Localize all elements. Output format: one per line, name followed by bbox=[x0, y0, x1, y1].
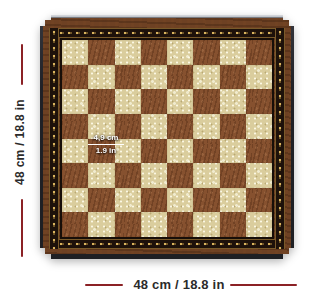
square-f5 bbox=[193, 114, 219, 139]
square-a6 bbox=[62, 89, 88, 114]
square-h1 bbox=[246, 212, 272, 237]
square-f1 bbox=[193, 212, 219, 237]
square-size-in: 1.9 in bbox=[86, 146, 126, 156]
square-g1 bbox=[220, 212, 246, 237]
square-d7 bbox=[141, 65, 167, 90]
square-e3 bbox=[167, 163, 193, 188]
square-h5 bbox=[246, 114, 272, 139]
square-a5 bbox=[62, 114, 88, 139]
square-b7 bbox=[88, 65, 114, 90]
inlay-border-bottom bbox=[49, 239, 285, 249]
square-g5 bbox=[220, 114, 246, 139]
square-d6 bbox=[141, 89, 167, 114]
square-d3 bbox=[141, 163, 167, 188]
square-b2 bbox=[88, 188, 114, 213]
square-e8 bbox=[167, 40, 193, 65]
square-a2 bbox=[62, 188, 88, 213]
height-dimension-line-top bbox=[21, 44, 23, 85]
square-e7 bbox=[167, 65, 193, 90]
square-h3 bbox=[246, 163, 272, 188]
square-g2 bbox=[220, 188, 246, 213]
inlay-border-top bbox=[49, 28, 285, 38]
product-photo: 48 cm / 18.8 in 4,9 cm 1.9 in 48 cm / 18… bbox=[0, 0, 330, 303]
inlay-border-left bbox=[49, 28, 59, 249]
square-b6 bbox=[88, 89, 114, 114]
square-f3 bbox=[193, 163, 219, 188]
width-dimension-line-right bbox=[230, 284, 297, 286]
square-g6 bbox=[220, 89, 246, 114]
square-h4 bbox=[246, 139, 272, 164]
square-e4 bbox=[167, 139, 193, 164]
square-b1 bbox=[88, 212, 114, 237]
square-size-cm: 4,9 cm bbox=[88, 133, 124, 145]
board-edge: 4,9 cm 1.9 in bbox=[40, 15, 294, 259]
square-a8 bbox=[62, 40, 88, 65]
square-e5 bbox=[167, 114, 193, 139]
square-c3 bbox=[115, 163, 141, 188]
square-b3 bbox=[88, 163, 114, 188]
square-c8 bbox=[115, 40, 141, 65]
square-g4 bbox=[220, 139, 246, 164]
square-c1 bbox=[115, 212, 141, 237]
width-dimension-label: 48 cm / 18.8 in bbox=[123, 277, 235, 292]
square-a7 bbox=[62, 65, 88, 90]
square-a1 bbox=[62, 212, 88, 237]
chess-board: 4,9 cm 1.9 in bbox=[40, 15, 294, 259]
square-h6 bbox=[246, 89, 272, 114]
square-f6 bbox=[193, 89, 219, 114]
square-g7 bbox=[220, 65, 246, 90]
square-f8 bbox=[193, 40, 219, 65]
square-a4 bbox=[62, 139, 88, 164]
width-dimension-line-left bbox=[85, 284, 123, 286]
square-c6 bbox=[115, 89, 141, 114]
square-f4 bbox=[193, 139, 219, 164]
square-c2 bbox=[115, 188, 141, 213]
height-dimension-label: 48 cm / 18.8 in bbox=[13, 99, 27, 185]
square-size-label: 4,9 cm 1.9 in bbox=[86, 133, 126, 157]
square-f2 bbox=[193, 188, 219, 213]
square-h2 bbox=[246, 188, 272, 213]
square-f7 bbox=[193, 65, 219, 90]
square-d1 bbox=[141, 212, 167, 237]
square-e2 bbox=[167, 188, 193, 213]
square-d8 bbox=[141, 40, 167, 65]
square-g3 bbox=[220, 163, 246, 188]
square-d5 bbox=[141, 114, 167, 139]
square-c7 bbox=[115, 65, 141, 90]
inlay-border-right bbox=[275, 28, 285, 249]
square-e1 bbox=[167, 212, 193, 237]
square-a3 bbox=[62, 163, 88, 188]
square-d2 bbox=[141, 188, 167, 213]
square-e6 bbox=[167, 89, 193, 114]
square-b8 bbox=[88, 40, 114, 65]
square-g8 bbox=[220, 40, 246, 65]
square-d4 bbox=[141, 139, 167, 164]
square-h8 bbox=[246, 40, 272, 65]
height-dimension-line-bottom bbox=[21, 199, 23, 257]
square-h7 bbox=[246, 65, 272, 90]
